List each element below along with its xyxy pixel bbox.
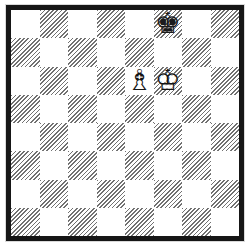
square-g8[interactable] bbox=[182, 10, 211, 38]
white-bishop-icon: ♗ bbox=[126, 66, 152, 95]
square-c1[interactable] bbox=[68, 208, 97, 236]
square-e4[interactable] bbox=[125, 123, 154, 151]
black-king-icon: ♚ bbox=[155, 9, 181, 38]
square-e1[interactable] bbox=[125, 208, 154, 236]
square-d6[interactable] bbox=[97, 67, 126, 95]
square-b2[interactable] bbox=[40, 180, 69, 208]
square-h8[interactable] bbox=[211, 10, 240, 38]
square-f6[interactable]: ♚♔ bbox=[154, 67, 183, 95]
square-g5[interactable] bbox=[182, 95, 211, 123]
square-c8[interactable] bbox=[68, 10, 97, 38]
square-f1[interactable] bbox=[154, 208, 183, 236]
square-b1[interactable] bbox=[40, 208, 69, 236]
square-e2[interactable] bbox=[125, 180, 154, 208]
square-e5[interactable] bbox=[125, 95, 154, 123]
square-b4[interactable] bbox=[40, 123, 69, 151]
square-d5[interactable] bbox=[97, 95, 126, 123]
square-h1[interactable] bbox=[211, 208, 240, 236]
chessboard: ♚♝♗♚♔ bbox=[11, 10, 239, 236]
square-g6[interactable] bbox=[182, 67, 211, 95]
square-d4[interactable] bbox=[97, 123, 126, 151]
square-a2[interactable] bbox=[11, 180, 40, 208]
square-c6[interactable] bbox=[68, 67, 97, 95]
piece-black-king[interactable]: ♚ bbox=[154, 10, 183, 38]
square-f3[interactable] bbox=[154, 151, 183, 179]
square-c4[interactable] bbox=[68, 123, 97, 151]
square-f4[interactable] bbox=[154, 123, 183, 151]
square-c3[interactable] bbox=[68, 151, 97, 179]
square-g1[interactable] bbox=[182, 208, 211, 236]
square-c7[interactable] bbox=[68, 38, 97, 66]
square-h5[interactable] bbox=[211, 95, 240, 123]
square-a7[interactable] bbox=[11, 38, 40, 66]
chess-diagram-page: ♚♝♗♚♔ bbox=[0, 0, 250, 248]
square-f5[interactable] bbox=[154, 95, 183, 123]
square-b6[interactable] bbox=[40, 67, 69, 95]
square-b3[interactable] bbox=[40, 151, 69, 179]
square-b5[interactable] bbox=[40, 95, 69, 123]
square-h2[interactable] bbox=[211, 180, 240, 208]
square-b8[interactable] bbox=[40, 10, 69, 38]
board-frame: ♚♝♗♚♔ bbox=[6, 5, 244, 241]
square-g4[interactable] bbox=[182, 123, 211, 151]
square-a4[interactable] bbox=[11, 123, 40, 151]
square-g3[interactable] bbox=[182, 151, 211, 179]
square-g2[interactable] bbox=[182, 180, 211, 208]
square-a5[interactable] bbox=[11, 95, 40, 123]
square-d3[interactable] bbox=[97, 151, 126, 179]
square-a3[interactable] bbox=[11, 151, 40, 179]
square-e3[interactable] bbox=[125, 151, 154, 179]
square-g7[interactable] bbox=[182, 38, 211, 66]
piece-white-bishop[interactable]: ♝♗ bbox=[125, 67, 154, 95]
square-a6[interactable] bbox=[11, 67, 40, 95]
square-d7[interactable] bbox=[97, 38, 126, 66]
square-f8[interactable]: ♚ bbox=[154, 10, 183, 38]
square-h6[interactable] bbox=[211, 67, 240, 95]
square-f2[interactable] bbox=[154, 180, 183, 208]
square-d1[interactable] bbox=[97, 208, 126, 236]
square-h3[interactable] bbox=[211, 151, 240, 179]
square-b7[interactable] bbox=[40, 38, 69, 66]
square-d8[interactable] bbox=[97, 10, 126, 38]
piece-white-king[interactable]: ♚♔ bbox=[154, 67, 183, 95]
square-d2[interactable] bbox=[97, 180, 126, 208]
square-e8[interactable] bbox=[125, 10, 154, 38]
square-a8[interactable] bbox=[11, 10, 40, 38]
white-king-icon: ♔ bbox=[155, 66, 181, 95]
square-e6[interactable]: ♝♗ bbox=[125, 67, 154, 95]
square-h4[interactable] bbox=[211, 123, 240, 151]
square-c2[interactable] bbox=[68, 180, 97, 208]
square-h7[interactable] bbox=[211, 38, 240, 66]
square-a1[interactable] bbox=[11, 208, 40, 236]
square-c5[interactable] bbox=[68, 95, 97, 123]
